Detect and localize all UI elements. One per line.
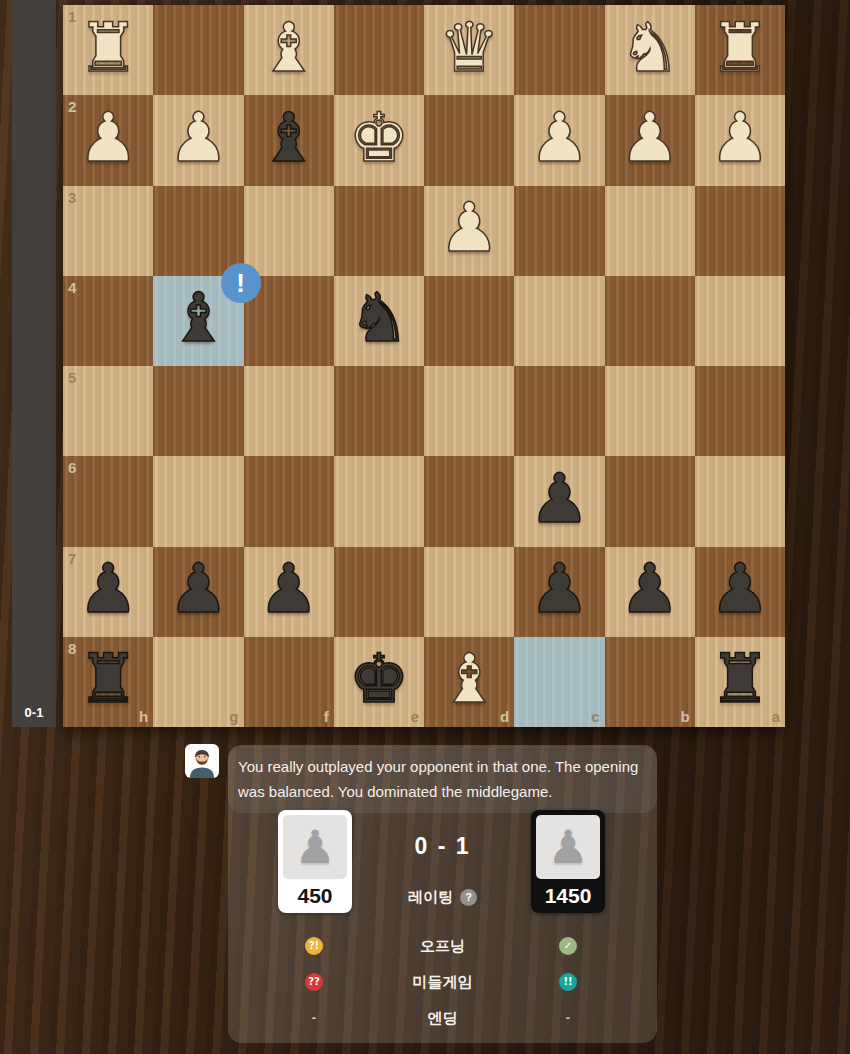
square-a8[interactable]: a♜ [695, 637, 785, 727]
phase-label: 미들게임 [228, 973, 657, 991]
square-d7[interactable] [424, 547, 514, 637]
square-b1[interactable]: ♞ [605, 5, 695, 95]
rating-row: 레이팅 ? [228, 888, 657, 907]
great-move-badge: ! [221, 263, 261, 303]
square-b7[interactable]: ♟ [605, 547, 695, 637]
square-g8[interactable]: g [153, 637, 243, 727]
square-c5[interactable] [514, 366, 604, 456]
eval-result-text: 0-1 [25, 705, 44, 727]
rank-label: 2 [68, 98, 76, 115]
piece-white-rook: ♜ [78, 14, 139, 82]
piece-white-pawn: ♟ [709, 104, 770, 172]
square-h3[interactable]: 3 [63, 186, 153, 276]
piece-black-rook: ♜ [78, 645, 139, 713]
square-c4[interactable] [514, 276, 604, 366]
square-b3[interactable] [605, 186, 695, 276]
square-d5[interactable] [424, 366, 514, 456]
square-a4[interactable] [695, 276, 785, 366]
square-b8[interactable]: b [605, 637, 695, 727]
piece-white-bishop: ♝ [439, 645, 500, 713]
rank-label: 3 [68, 189, 76, 206]
file-label: a [772, 708, 780, 725]
square-f5[interactable] [244, 366, 334, 456]
square-d6[interactable] [424, 456, 514, 546]
piece-white-pawn: ♟ [168, 104, 229, 172]
piece-white-rook: ♜ [709, 14, 770, 82]
square-f6[interactable] [244, 456, 334, 546]
square-h7[interactable]: 7♟ [63, 547, 153, 637]
coach-avatar-image [185, 744, 219, 778]
square-d1[interactable]: ♛ [424, 5, 514, 95]
square-a7[interactable]: ♟ [695, 547, 785, 637]
square-f8[interactable]: f [244, 637, 334, 727]
file-label: f [324, 708, 329, 725]
piece-black-pawn: ♟ [709, 555, 770, 623]
square-e7[interactable] [334, 547, 424, 637]
piece-black-pawn: ♟ [619, 555, 680, 623]
square-f7[interactable]: ♟ [244, 547, 334, 637]
coach-avatar [185, 744, 219, 778]
file-label: d [500, 708, 509, 725]
file-label: e [411, 708, 419, 725]
square-b6[interactable] [605, 456, 695, 546]
evaluation-bar: 0-1 [12, 0, 56, 727]
piece-black-pawn: ♟ [78, 555, 139, 623]
piece-black-pawn: ♟ [529, 465, 590, 533]
piece-white-queen: ♛ [439, 14, 500, 82]
phase-row: ?!오프닝✓ [228, 937, 657, 955]
piece-white-king: ♚ [348, 104, 409, 172]
square-h1[interactable]: 1♜ [63, 5, 153, 95]
game-review-panel: You really outplayed your opponent in th… [228, 745, 657, 1043]
rating-label: 레이팅 [408, 888, 453, 907]
square-c1[interactable] [514, 5, 604, 95]
phase-row: ??미들게임!! [228, 973, 657, 991]
score-text: 0 - 1 [228, 833, 657, 860]
square-e1[interactable] [334, 5, 424, 95]
square-h6[interactable]: 6 [63, 456, 153, 546]
piece-white-pawn: ♟ [439, 194, 500, 262]
square-c8[interactable]: c [514, 637, 604, 727]
square-c7[interactable]: ♟ [514, 547, 604, 637]
square-a3[interactable] [695, 186, 785, 276]
square-b2[interactable]: ♟ [605, 95, 695, 185]
square-f2[interactable]: ♝ [244, 95, 334, 185]
square-d4[interactable] [424, 276, 514, 366]
rank-label: 4 [68, 279, 76, 296]
square-c2[interactable]: ♟ [514, 95, 604, 185]
rank-label: 1 [68, 8, 76, 25]
square-e6[interactable] [334, 456, 424, 546]
square-h4[interactable]: 4 [63, 276, 153, 366]
square-e2[interactable]: ♚ [334, 95, 424, 185]
rank-label: 6 [68, 459, 76, 476]
piece-black-bishop: ♝ [168, 284, 229, 352]
square-g6[interactable] [153, 456, 243, 546]
rank-label: 8 [68, 640, 76, 657]
square-e4[interactable]: ♞ [334, 276, 424, 366]
square-d8[interactable]: d♝ [424, 637, 514, 727]
square-c6[interactable]: ♟ [514, 456, 604, 546]
square-a2[interactable]: ♟ [695, 95, 785, 185]
square-a1[interactable]: ♜ [695, 5, 785, 95]
square-h8[interactable]: 8h♜ [63, 637, 153, 727]
piece-black-pawn: ♟ [258, 555, 319, 623]
piece-black-knight: ♞ [348, 284, 409, 352]
phase-rows: ?!오프닝✓??미들게임!!-엔딩- [228, 937, 657, 1045]
square-c3[interactable] [514, 186, 604, 276]
chess-board: 1♜♝♛♞♜2♟♟♝♚♟♟♟3♟4♝♞56♟7♟♟♟♟♟♟8h♜gfe♚d♝cb… [63, 5, 785, 727]
square-d3[interactable]: ♟ [424, 186, 514, 276]
phase-label: 엔딩 [228, 1009, 657, 1027]
piece-black-king: ♚ [348, 645, 409, 713]
phase-label: 오프닝 [228, 937, 657, 955]
square-e5[interactable] [334, 366, 424, 456]
square-b5[interactable] [605, 366, 695, 456]
square-g2[interactable]: ♟ [153, 95, 243, 185]
rank-label: 7 [68, 550, 76, 567]
square-f3[interactable] [244, 186, 334, 276]
square-a5[interactable] [695, 366, 785, 456]
square-h2[interactable]: 2♟ [63, 95, 153, 185]
piece-black-pawn: ♟ [168, 555, 229, 623]
piece-white-pawn: ♟ [529, 104, 590, 172]
square-g7[interactable]: ♟ [153, 547, 243, 637]
rank-label: 5 [68, 369, 76, 386]
square-f1[interactable]: ♝ [244, 5, 334, 95]
piece-white-bishop: ♝ [258, 14, 319, 82]
black-phase-badge-brilliant: !! [559, 973, 577, 991]
piece-white-knight: ♞ [619, 14, 680, 82]
file-label: c [591, 708, 599, 725]
square-b4[interactable] [605, 276, 695, 366]
black-phase-badge-best: ✓ [559, 937, 577, 955]
square-g1[interactable] [153, 5, 243, 95]
square-h5[interactable]: 5 [63, 366, 153, 456]
piece-black-bishop: ♝ [258, 104, 319, 172]
square-g5[interactable] [153, 366, 243, 456]
square-a6[interactable] [695, 456, 785, 546]
coach-message-text: You really outplayed your opponent in th… [238, 754, 640, 804]
file-label: b [681, 708, 690, 725]
phase-row: -엔딩- [228, 1009, 657, 1027]
file-label: g [229, 708, 238, 725]
piece-black-pawn: ♟ [529, 555, 590, 623]
rating-help-icon[interactable]: ? [460, 889, 477, 906]
square-e3[interactable] [334, 186, 424, 276]
piece-black-rook: ♜ [709, 645, 770, 713]
piece-white-pawn: ♟ [78, 104, 139, 172]
app-screen: 0-1 1♜♝♛♞♜2♟♟♝♚♟♟♟3♟4♝♞56♟7♟♟♟♟♟♟8h♜gfe♚… [0, 0, 850, 1054]
file-label: h [139, 708, 148, 725]
piece-white-pawn: ♟ [619, 104, 680, 172]
square-e8[interactable]: e♚ [334, 637, 424, 727]
square-g3[interactable] [153, 186, 243, 276]
square-d2[interactable] [424, 95, 514, 185]
black-phase-dash: - [559, 1009, 577, 1027]
